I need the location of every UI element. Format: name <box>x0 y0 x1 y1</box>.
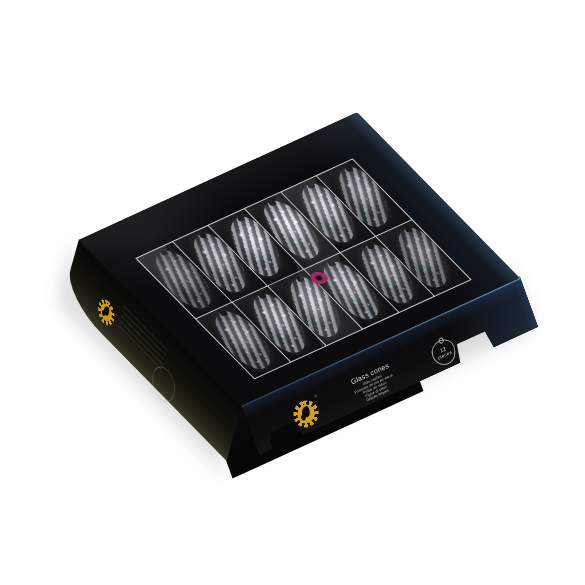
pieces-badge: 12 pieces <box>426 332 462 372</box>
registered-trademark: ® <box>314 394 318 398</box>
product-label: Glass cones Glas zapfen Pommes de pin en… <box>337 355 410 411</box>
product-photo: ® Glass cones Glas zapfen Pommes de pin … <box>0 0 585 585</box>
brand-sun-logo-side-icon <box>97 295 115 329</box>
